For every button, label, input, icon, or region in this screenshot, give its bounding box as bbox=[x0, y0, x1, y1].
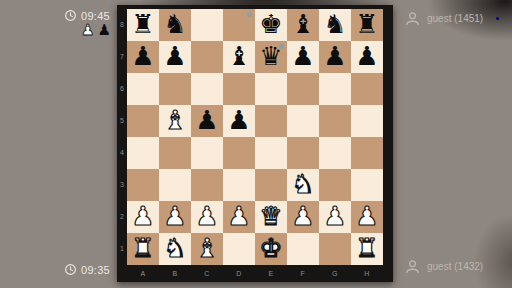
square-e7[interactable]: ♛ bbox=[255, 41, 287, 73]
square-d6[interactable] bbox=[223, 73, 255, 105]
white-rook-a1[interactable]: ♜ bbox=[127, 233, 159, 265]
square-d5[interactable]: ♟ bbox=[223, 105, 255, 137]
user-icon bbox=[404, 10, 421, 27]
board-grid: ♜♞♚♝♞♜♟♟♝♛♟♟♟♝♟♟♞♟♟♟♟♛♟♟♟♜♞♝♚♜ bbox=[127, 9, 383, 265]
file-label-h: H bbox=[351, 266, 383, 282]
black-pawn-g7[interactable]: ♟ bbox=[319, 41, 351, 73]
square-h4[interactable] bbox=[351, 137, 383, 169]
square-b5[interactable]: ♝ bbox=[159, 105, 191, 137]
square-b1[interactable]: ♞ bbox=[159, 233, 191, 265]
black-pawn-b7[interactable]: ♟ bbox=[159, 41, 191, 73]
square-g7[interactable]: ♟ bbox=[319, 41, 351, 73]
square-c3[interactable] bbox=[191, 169, 223, 201]
rank-label-2: 2 bbox=[117, 201, 127, 233]
square-c1[interactable]: ♝ bbox=[191, 233, 223, 265]
square-e2[interactable]: ♛ bbox=[255, 201, 287, 233]
white-pawn-d2[interactable]: ♟ bbox=[223, 201, 255, 233]
square-e8[interactable]: ♚ bbox=[255, 9, 287, 41]
rank-label-3: 3 bbox=[117, 169, 127, 201]
square-g5[interactable] bbox=[319, 105, 351, 137]
square-b2[interactable]: ♟ bbox=[159, 201, 191, 233]
square-g4[interactable] bbox=[319, 137, 351, 169]
black-king-e8[interactable]: ♚ bbox=[255, 9, 287, 41]
square-e6[interactable] bbox=[255, 73, 287, 105]
square-a4[interactable] bbox=[127, 137, 159, 169]
black-bishop-d7[interactable]: ♝ bbox=[223, 41, 255, 73]
white-knight-b1[interactable]: ♞ bbox=[159, 233, 191, 265]
square-a1[interactable]: ♜ bbox=[127, 233, 159, 265]
move-marker-dot-e7 bbox=[279, 44, 284, 49]
file-label-b: B bbox=[159, 266, 191, 282]
square-c7[interactable] bbox=[191, 41, 223, 73]
captured-white-pawn-icon: ♟ bbox=[81, 21, 94, 39]
square-d7[interactable]: ♝ bbox=[223, 41, 255, 73]
white-pawn-h2[interactable]: ♟ bbox=[351, 201, 383, 233]
black-knight-g8[interactable]: ♞ bbox=[319, 9, 351, 41]
square-g1[interactable] bbox=[319, 233, 351, 265]
square-b3[interactable] bbox=[159, 169, 191, 201]
square-b6[interactable] bbox=[159, 73, 191, 105]
square-h8[interactable]: ♜ bbox=[351, 9, 383, 41]
bulgaria-flag-icon bbox=[489, 261, 506, 272]
black-pawn-c5[interactable]: ♟ bbox=[191, 105, 223, 137]
square-h6[interactable] bbox=[351, 73, 383, 105]
white-pawn-g2[interactable]: ♟ bbox=[319, 201, 351, 233]
file-label-e: E bbox=[255, 266, 287, 282]
file-label-c: C bbox=[191, 266, 223, 282]
bottom-player-clock: 09:35 bbox=[64, 263, 110, 276]
square-g6[interactable] bbox=[319, 73, 351, 105]
square-g8[interactable]: ♞ bbox=[319, 9, 351, 41]
rank-label-1: 1 bbox=[117, 233, 127, 265]
square-h3[interactable] bbox=[351, 169, 383, 201]
black-pawn-h7[interactable]: ♟ bbox=[351, 41, 383, 73]
white-queen-e2[interactable]: ♛ bbox=[255, 201, 287, 233]
square-e1[interactable]: ♚ bbox=[255, 233, 287, 265]
top-player: guest (1451) bbox=[404, 10, 506, 27]
white-bishop-c1[interactable]: ♝ bbox=[191, 233, 223, 265]
square-h2[interactable]: ♟ bbox=[351, 201, 383, 233]
square-a3[interactable] bbox=[127, 169, 159, 201]
square-c4[interactable] bbox=[191, 137, 223, 169]
rank-label-8: 8 bbox=[117, 9, 127, 41]
white-rook-h1[interactable]: ♜ bbox=[351, 233, 383, 265]
square-f7[interactable]: ♟ bbox=[287, 41, 319, 73]
rank-label-6: 6 bbox=[117, 73, 127, 105]
bottom-clock-time: 09:35 bbox=[81, 264, 110, 276]
square-h1[interactable]: ♜ bbox=[351, 233, 383, 265]
black-knight-b8[interactable]: ♞ bbox=[159, 9, 191, 41]
black-pawn-a7[interactable]: ♟ bbox=[127, 41, 159, 73]
black-pawn-d5[interactable]: ♟ bbox=[223, 105, 255, 137]
rank-label-5: 5 bbox=[117, 105, 127, 137]
square-f4[interactable] bbox=[287, 137, 319, 169]
square-d3[interactable] bbox=[223, 169, 255, 201]
white-pawn-c2[interactable]: ♟ bbox=[191, 201, 223, 233]
square-g2[interactable]: ♟ bbox=[319, 201, 351, 233]
square-c2[interactable]: ♟ bbox=[191, 201, 223, 233]
white-knight-f3[interactable]: ♞ bbox=[287, 169, 319, 201]
square-d8[interactable] bbox=[223, 9, 255, 41]
top-clock-time: 09:45 bbox=[81, 10, 110, 22]
square-f3[interactable]: ♞ bbox=[287, 169, 319, 201]
white-pawn-a2[interactable]: ♟ bbox=[127, 201, 159, 233]
square-g3[interactable] bbox=[319, 169, 351, 201]
captured-pieces-tray: ♟♟ bbox=[81, 21, 111, 39]
bottom-player: guest (1432) bbox=[404, 258, 506, 275]
chess-board: 87654321 ♜♞♚♝♞♜♟♟♝♛♟♟♟♝♟♟♞♟♟♟♟♛♟♟♟♜♞♝♚♜ … bbox=[117, 5, 393, 282]
square-f6[interactable] bbox=[287, 73, 319, 105]
file-label-g: G bbox=[319, 266, 351, 282]
black-pawn-f7[interactable]: ♟ bbox=[287, 41, 319, 73]
square-b4[interactable] bbox=[159, 137, 191, 169]
square-h7[interactable]: ♟ bbox=[351, 41, 383, 73]
square-a5[interactable] bbox=[127, 105, 159, 137]
file-label-d: D bbox=[223, 266, 255, 282]
bottom-player-name: guest (1432) bbox=[427, 261, 483, 272]
white-king-e1[interactable]: ♚ bbox=[255, 233, 287, 265]
captured-black-pawn-icon: ♟ bbox=[98, 21, 111, 39]
square-b7[interactable]: ♟ bbox=[159, 41, 191, 73]
square-f8[interactable]: ♝ bbox=[287, 9, 319, 41]
square-d2[interactable]: ♟ bbox=[223, 201, 255, 233]
square-c8[interactable] bbox=[191, 9, 223, 41]
square-c5[interactable]: ♟ bbox=[191, 105, 223, 137]
square-f2[interactable]: ♟ bbox=[287, 201, 319, 233]
ashoka-chakra-icon bbox=[496, 17, 499, 20]
square-d4[interactable] bbox=[223, 137, 255, 169]
clock-icon bbox=[64, 9, 77, 22]
square-a7[interactable]: ♟ bbox=[127, 41, 159, 73]
square-d1[interactable] bbox=[223, 233, 255, 265]
black-rook-a8[interactable]: ♜ bbox=[127, 9, 159, 41]
india-flag-icon bbox=[489, 13, 506, 24]
square-f1[interactable] bbox=[287, 233, 319, 265]
square-h5[interactable] bbox=[351, 105, 383, 137]
top-player-name: guest (1451) bbox=[427, 13, 483, 24]
black-rook-h8[interactable]: ♜ bbox=[351, 9, 383, 41]
clock-icon bbox=[64, 263, 77, 276]
black-bishop-f8[interactable]: ♝ bbox=[287, 9, 319, 41]
square-a2[interactable]: ♟ bbox=[127, 201, 159, 233]
square-b8[interactable]: ♞ bbox=[159, 9, 191, 41]
rank-label-7: 7 bbox=[117, 41, 127, 73]
user-icon bbox=[404, 258, 421, 275]
square-f5[interactable] bbox=[287, 105, 319, 137]
square-a8[interactable]: ♜ bbox=[127, 9, 159, 41]
white-bishop-b5[interactable]: ♝ bbox=[159, 105, 191, 137]
white-pawn-b2[interactable]: ♟ bbox=[159, 201, 191, 233]
file-label-f: F bbox=[287, 266, 319, 282]
square-e4[interactable] bbox=[255, 137, 287, 169]
square-a6[interactable] bbox=[127, 73, 159, 105]
square-e5[interactable] bbox=[255, 105, 287, 137]
file-labels: ABCDEFGH bbox=[127, 266, 383, 282]
square-e3[interactable] bbox=[255, 169, 287, 201]
rank-labels: 87654321 bbox=[117, 9, 127, 265]
white-pawn-f2[interactable]: ♟ bbox=[287, 201, 319, 233]
file-label-a: A bbox=[127, 266, 159, 282]
square-c6[interactable] bbox=[191, 73, 223, 105]
rank-label-4: 4 bbox=[117, 137, 127, 169]
move-marker-dot-d8 bbox=[247, 12, 252, 17]
